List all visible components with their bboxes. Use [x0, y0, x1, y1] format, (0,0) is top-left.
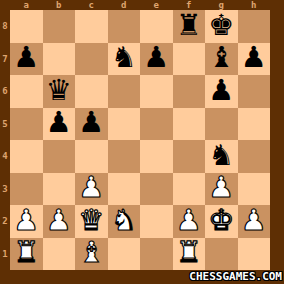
- piece-black-queen: ♛: [46, 76, 72, 105]
- piece-white-knight: ♞: [111, 206, 137, 235]
- square-c6[interactable]: [75, 75, 108, 108]
- piece-white-rook: ♜: [13, 238, 39, 267]
- square-f1[interactable]: ♜: [173, 238, 206, 271]
- square-b6[interactable]: ♛: [43, 75, 76, 108]
- square-b7[interactable]: [43, 43, 76, 76]
- piece-white-king: ♚: [208, 206, 234, 235]
- square-c4[interactable]: [75, 140, 108, 173]
- square-h4[interactable]: [238, 140, 271, 173]
- watermark: CHESSGAMES.COM: [189, 271, 282, 283]
- square-h2[interactable]: ♟: [238, 205, 271, 238]
- file-label-h: h: [238, 0, 271, 10]
- square-d4[interactable]: [108, 140, 141, 173]
- rank-label-1: 1: [0, 238, 10, 271]
- square-d7[interactable]: ♞: [108, 43, 141, 76]
- square-b1[interactable]: [43, 238, 76, 271]
- square-e8[interactable]: [140, 10, 173, 43]
- piece-white-pawn: ♟: [241, 206, 267, 235]
- piece-white-queen: ♛: [78, 206, 104, 235]
- square-a3[interactable]: [10, 173, 43, 206]
- file-label-b: b: [43, 0, 76, 10]
- square-h6[interactable]: [238, 75, 271, 108]
- piece-white-pawn: ♟: [78, 173, 104, 202]
- square-e7[interactable]: ♟: [140, 43, 173, 76]
- square-f6[interactable]: [173, 75, 206, 108]
- square-h3[interactable]: [238, 173, 271, 206]
- square-a6[interactable]: [10, 75, 43, 108]
- square-e2[interactable]: [140, 205, 173, 238]
- rank-labels: 87654321: [0, 10, 10, 270]
- chess-board: ♜♚♟♞♟♝♟♛♟♟♟♞♟♟♟♟♛♞♟♚♟♜♝♜: [10, 10, 270, 270]
- square-f8[interactable]: ♜: [173, 10, 206, 43]
- piece-black-knight: ♞: [208, 141, 234, 170]
- square-a1[interactable]: ♜: [10, 238, 43, 271]
- square-h1[interactable]: [238, 238, 271, 271]
- rank-label-5: 5: [0, 108, 10, 141]
- file-label-f: f: [173, 0, 206, 10]
- square-d8[interactable]: [108, 10, 141, 43]
- piece-black-rook: ♜: [176, 11, 202, 40]
- file-label-d: d: [108, 0, 141, 10]
- piece-black-pawn: ♟: [46, 108, 72, 137]
- file-label-a: a: [10, 0, 43, 10]
- square-b4[interactable]: [43, 140, 76, 173]
- square-c3[interactable]: ♟: [75, 173, 108, 206]
- square-a2[interactable]: ♟: [10, 205, 43, 238]
- square-g6[interactable]: ♟: [205, 75, 238, 108]
- square-f3[interactable]: [173, 173, 206, 206]
- square-c7[interactable]: [75, 43, 108, 76]
- square-g2[interactable]: ♚: [205, 205, 238, 238]
- square-g3[interactable]: ♟: [205, 173, 238, 206]
- file-label-g: g: [205, 0, 238, 10]
- piece-black-knight: ♞: [111, 43, 137, 72]
- square-d2[interactable]: ♞: [108, 205, 141, 238]
- square-d3[interactable]: [108, 173, 141, 206]
- square-e3[interactable]: [140, 173, 173, 206]
- square-f4[interactable]: [173, 140, 206, 173]
- square-g7[interactable]: ♝: [205, 43, 238, 76]
- square-h5[interactable]: [238, 108, 271, 141]
- piece-white-pawn: ♟: [176, 206, 202, 235]
- piece-white-pawn: ♟: [46, 206, 72, 235]
- square-e6[interactable]: [140, 75, 173, 108]
- square-h7[interactable]: ♟: [238, 43, 271, 76]
- square-c1[interactable]: ♝: [75, 238, 108, 271]
- chess-board-frame: abcdefgh 87654321 ♜♚♟♞♟♝♟♛♟♟♟♞♟♟♟♟♛♞♟♚♟♜…: [0, 0, 284, 284]
- square-a7[interactable]: ♟: [10, 43, 43, 76]
- square-c2[interactable]: ♛: [75, 205, 108, 238]
- square-d1[interactable]: [108, 238, 141, 271]
- square-g1[interactable]: [205, 238, 238, 271]
- piece-black-pawn: ♟: [78, 108, 104, 137]
- square-h8[interactable]: [238, 10, 271, 43]
- square-a5[interactable]: [10, 108, 43, 141]
- file-label-c: c: [75, 0, 108, 10]
- square-c5[interactable]: ♟: [75, 108, 108, 141]
- square-e1[interactable]: [140, 238, 173, 271]
- square-c8[interactable]: [75, 10, 108, 43]
- square-b8[interactable]: [43, 10, 76, 43]
- rank-label-4: 4: [0, 140, 10, 173]
- square-a8[interactable]: [10, 10, 43, 43]
- piece-black-pawn: ♟: [13, 43, 39, 72]
- rank-label-6: 6: [0, 75, 10, 108]
- square-d6[interactable]: [108, 75, 141, 108]
- square-e5[interactable]: [140, 108, 173, 141]
- square-b5[interactable]: ♟: [43, 108, 76, 141]
- piece-black-pawn: ♟: [241, 43, 267, 72]
- piece-black-pawn: ♟: [208, 76, 234, 105]
- rank-label-8: 8: [0, 10, 10, 43]
- piece-white-bishop: ♝: [78, 238, 104, 267]
- piece-black-king: ♚: [208, 11, 234, 40]
- square-b2[interactable]: ♟: [43, 205, 76, 238]
- piece-white-pawn: ♟: [208, 173, 234, 202]
- square-f5[interactable]: [173, 108, 206, 141]
- square-g5[interactable]: [205, 108, 238, 141]
- piece-white-pawn: ♟: [13, 206, 39, 235]
- file-label-e: e: [140, 0, 173, 10]
- square-b3[interactable]: [43, 173, 76, 206]
- square-e4[interactable]: [140, 140, 173, 173]
- rank-label-2: 2: [0, 205, 10, 238]
- square-g4[interactable]: ♞: [205, 140, 238, 173]
- square-d5[interactable]: [108, 108, 141, 141]
- file-labels: abcdefgh: [10, 0, 270, 10]
- piece-black-bishop: ♝: [208, 43, 234, 72]
- square-f2[interactable]: ♟: [173, 205, 206, 238]
- rank-label-3: 3: [0, 173, 10, 206]
- square-a4[interactable]: [10, 140, 43, 173]
- piece-black-pawn: ♟: [143, 43, 169, 72]
- piece-white-rook: ♜: [176, 238, 202, 267]
- rank-label-7: 7: [0, 43, 10, 76]
- square-g8[interactable]: ♚: [205, 10, 238, 43]
- square-f7[interactable]: [173, 43, 206, 76]
